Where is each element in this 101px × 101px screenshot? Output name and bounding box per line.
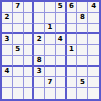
cell-r7c9[interactable]	[88, 67, 99, 78]
cell-r1c4[interactable]	[34, 2, 45, 13]
cell-r5c2-given-5[interactable]: 5	[13, 45, 24, 56]
cell-r3c4[interactable]	[34, 24, 45, 35]
cell-r8c8-given-5[interactable]: 5	[77, 77, 88, 88]
cell-r5c5[interactable]	[45, 45, 56, 56]
cell-r8c2[interactable]	[13, 77, 24, 88]
cell-r4c5[interactable]	[45, 34, 56, 45]
cell-r2c2[interactable]	[13, 13, 24, 24]
cell-r3c8[interactable]	[77, 24, 88, 35]
cell-r3c9[interactable]	[88, 24, 99, 35]
cell-r8c1[interactable]	[2, 77, 13, 88]
cell-r9c9[interactable]	[88, 88, 99, 99]
cell-r1c8[interactable]	[77, 2, 88, 13]
cell-r1c6-given-5[interactable]: 5	[56, 2, 67, 13]
cell-r5c9[interactable]	[88, 45, 99, 56]
cell-r2c9[interactable]	[88, 13, 99, 24]
cell-r5c6[interactable]	[56, 45, 67, 56]
cell-r9c7[interactable]	[67, 88, 78, 99]
cell-r9c4[interactable]	[34, 88, 45, 99]
cell-r7c8[interactable]	[77, 67, 88, 78]
cell-r6c9[interactable]	[88, 56, 99, 67]
cell-r6c7[interactable]	[67, 56, 78, 67]
cell-r5c4[interactable]	[34, 45, 45, 56]
cell-r2c1-given-2[interactable]: 2	[2, 13, 13, 24]
cell-r7c2[interactable]	[13, 67, 24, 78]
cell-r4c8[interactable]	[77, 34, 88, 45]
cell-r4c4-given-2[interactable]: 2	[34, 34, 45, 45]
sudoku-board: 75642813245184375	[0, 0, 101, 101]
cell-r5c1[interactable]	[2, 45, 13, 56]
cell-r3c3[interactable]	[24, 24, 35, 35]
cell-r7c4-given-3[interactable]: 3	[34, 67, 45, 78]
cell-r2c4[interactable]	[34, 13, 45, 24]
cell-r1c7-given-6[interactable]: 6	[67, 2, 78, 13]
cell-r4c9[interactable]	[88, 34, 99, 45]
cell-r2c5[interactable]	[45, 13, 56, 24]
cell-r8c7[interactable]	[67, 77, 78, 88]
cell-r3c7[interactable]	[67, 24, 78, 35]
cell-r3c6[interactable]	[56, 24, 67, 35]
cell-r8c4[interactable]	[34, 77, 45, 88]
cell-r7c1-given-4[interactable]: 4	[2, 67, 13, 78]
cell-r2c8-given-8[interactable]: 8	[77, 13, 88, 24]
cell-r6c4-given-8[interactable]: 8	[34, 56, 45, 67]
cell-r8c9[interactable]	[88, 77, 99, 88]
cell-r7c5[interactable]	[45, 67, 56, 78]
cell-r4c1-given-3[interactable]: 3	[2, 34, 13, 45]
cell-r2c3[interactable]	[24, 13, 35, 24]
cell-r6c8[interactable]	[77, 56, 88, 67]
cell-r4c6-given-4[interactable]: 4	[56, 34, 67, 45]
cell-r8c6[interactable]	[56, 77, 67, 88]
cell-r3c1[interactable]	[2, 24, 13, 35]
cell-r9c6[interactable]	[56, 88, 67, 99]
cell-r2c6[interactable]	[56, 13, 67, 24]
cell-r5c7-given-1[interactable]: 1	[67, 45, 78, 56]
cell-r9c2[interactable]	[13, 88, 24, 99]
cell-r6c1[interactable]	[2, 56, 13, 67]
cell-r3c5-given-1[interactable]: 1	[45, 24, 56, 35]
cell-r4c3[interactable]	[24, 34, 35, 45]
cell-r6c2[interactable]	[13, 56, 24, 67]
cell-r4c2[interactable]	[13, 34, 24, 45]
cell-r1c2-given-7[interactable]: 7	[13, 2, 24, 13]
cell-r1c5[interactable]	[45, 2, 56, 13]
cell-r9c8[interactable]	[77, 88, 88, 99]
cell-r8c5-given-7[interactable]: 7	[45, 77, 56, 88]
cell-r6c6[interactable]	[56, 56, 67, 67]
cell-r8c3[interactable]	[24, 77, 35, 88]
cell-r1c9-given-4[interactable]: 4	[88, 2, 99, 13]
cell-r7c6[interactable]	[56, 67, 67, 78]
cell-r1c1[interactable]	[2, 2, 13, 13]
cell-r9c3[interactable]	[24, 88, 35, 99]
cell-r4c7[interactable]	[67, 34, 78, 45]
cell-r5c8[interactable]	[77, 45, 88, 56]
cell-r7c7[interactable]	[67, 67, 78, 78]
cell-r2c7[interactable]	[67, 13, 78, 24]
cell-r9c1[interactable]	[2, 88, 13, 99]
cell-r9c5[interactable]	[45, 88, 56, 99]
cell-r5c3[interactable]	[24, 45, 35, 56]
cell-r6c3[interactable]	[24, 56, 35, 67]
cell-r1c3[interactable]	[24, 2, 35, 13]
cell-r3c2[interactable]	[13, 24, 24, 35]
cell-r6c5[interactable]	[45, 56, 56, 67]
cell-r7c3[interactable]	[24, 67, 35, 78]
